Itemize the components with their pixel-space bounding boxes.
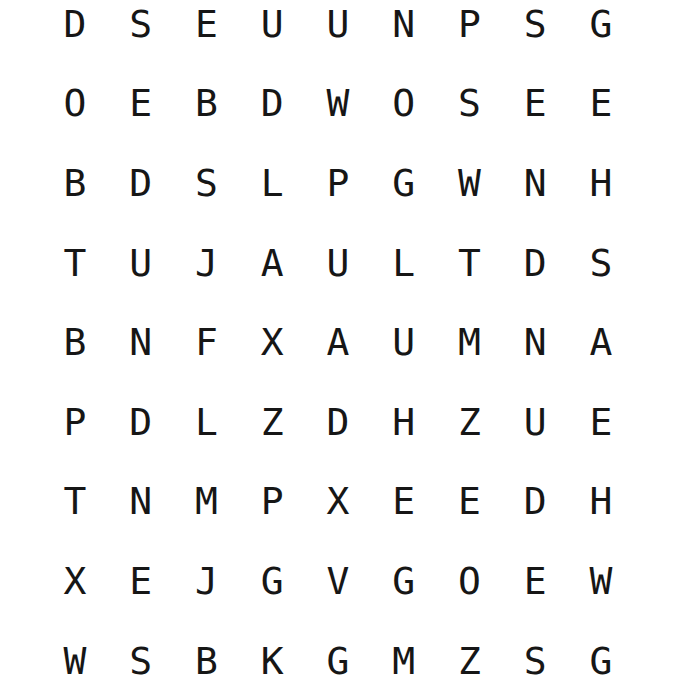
- grid-cell-r3c5[interactable]: P: [305, 143, 371, 223]
- grid-cell-r2c7[interactable]: S: [437, 64, 503, 144]
- grid-cell-r2c1[interactable]: O: [42, 64, 108, 144]
- grid-cell-r4c5[interactable]: U: [305, 223, 371, 303]
- grid-cell-r4c2[interactable]: U: [108, 223, 174, 303]
- grid-cell-r1c9[interactable]: G: [568, 0, 634, 64]
- grid-cell-r7c8[interactable]: D: [502, 462, 568, 542]
- grid-cell-r3c3[interactable]: S: [174, 143, 240, 223]
- grid-cell-r7c2[interactable]: N: [108, 462, 174, 542]
- grid-cell-r2c4[interactable]: D: [239, 64, 305, 144]
- grid-cell-r6c4[interactable]: Z: [239, 382, 305, 462]
- grid-cell-r9c4[interactable]: K: [239, 621, 305, 694]
- word-search-grid: DSEUUNPSGOEBDWOSEEBDSLPGWNHTUJAULTDSBNFX…: [42, 0, 634, 694]
- grid-cell-r5c2[interactable]: N: [108, 302, 174, 382]
- grid-cell-r1c6[interactable]: N: [371, 0, 437, 64]
- grid-cell-r6c2[interactable]: D: [108, 382, 174, 462]
- grid-cell-r8c2[interactable]: E: [108, 541, 174, 621]
- grid-cell-r7c1[interactable]: T: [42, 462, 108, 542]
- grid-cell-r7c5[interactable]: X: [305, 462, 371, 542]
- grid-cell-r5c1[interactable]: B: [42, 302, 108, 382]
- grid-cell-r2c5[interactable]: W: [305, 64, 371, 144]
- grid-cell-r9c7[interactable]: Z: [437, 621, 503, 694]
- word-search-page: { "game": "word-search", "position": "DS…: [0, 0, 700, 694]
- grid-cell-r1c1[interactable]: D: [42, 0, 108, 64]
- grid-cell-r7c7[interactable]: E: [437, 462, 503, 542]
- grid-cell-r7c6[interactable]: E: [371, 462, 437, 542]
- grid-cell-r8c4[interactable]: G: [239, 541, 305, 621]
- grid-cell-r4c7[interactable]: T: [437, 223, 503, 303]
- grid-cell-r7c3[interactable]: M: [174, 462, 240, 542]
- grid-cell-r7c4[interactable]: P: [239, 462, 305, 542]
- grid-cell-r2c6[interactable]: O: [371, 64, 437, 144]
- grid-cell-r5c7[interactable]: M: [437, 302, 503, 382]
- grid-cell-r1c4[interactable]: U: [239, 0, 305, 64]
- grid-cell-r1c8[interactable]: S: [502, 0, 568, 64]
- grid-cell-r2c9[interactable]: E: [568, 64, 634, 144]
- grid-cell-r5c5[interactable]: A: [305, 302, 371, 382]
- grid-cell-r4c9[interactable]: S: [568, 223, 634, 303]
- grid-cell-r1c5[interactable]: U: [305, 0, 371, 64]
- grid-cell-r5c6[interactable]: U: [371, 302, 437, 382]
- grid-cell-r1c2[interactable]: S: [108, 0, 174, 64]
- grid-cell-r2c2[interactable]: E: [108, 64, 174, 144]
- grid-cell-r6c5[interactable]: D: [305, 382, 371, 462]
- grid-cell-r3c2[interactable]: D: [108, 143, 174, 223]
- grid-cell-r2c3[interactable]: B: [174, 64, 240, 144]
- grid-cell-r6c9[interactable]: E: [568, 382, 634, 462]
- grid-cell-r3c4[interactable]: L: [239, 143, 305, 223]
- grid-cell-r3c7[interactable]: W: [437, 143, 503, 223]
- grid-cell-r3c9[interactable]: H: [568, 143, 634, 223]
- grid-cell-r5c4[interactable]: X: [239, 302, 305, 382]
- grid-cell-r8c1[interactable]: X: [42, 541, 108, 621]
- grid-cell-r9c5[interactable]: G: [305, 621, 371, 694]
- grid-cell-r4c6[interactable]: L: [371, 223, 437, 303]
- grid-cell-r9c3[interactable]: B: [174, 621, 240, 694]
- grid-cell-r1c3[interactable]: E: [174, 0, 240, 64]
- grid-cell-r3c6[interactable]: G: [371, 143, 437, 223]
- grid-cell-r4c8[interactable]: D: [502, 223, 568, 303]
- grid-cell-r9c2[interactable]: S: [108, 621, 174, 694]
- grid-cell-r3c8[interactable]: N: [502, 143, 568, 223]
- grid-cell-r7c9[interactable]: H: [568, 462, 634, 542]
- grid-cell-r8c7[interactable]: O: [437, 541, 503, 621]
- grid-cell-r5c9[interactable]: A: [568, 302, 634, 382]
- grid-cell-r9c1[interactable]: W: [42, 621, 108, 694]
- grid-cell-r5c8[interactable]: N: [502, 302, 568, 382]
- grid-cell-r8c5[interactable]: V: [305, 541, 371, 621]
- grid-cell-r6c3[interactable]: L: [174, 382, 240, 462]
- grid-cell-r2c8[interactable]: E: [502, 64, 568, 144]
- grid-cell-r4c1[interactable]: T: [42, 223, 108, 303]
- grid-cell-r8c9[interactable]: W: [568, 541, 634, 621]
- grid-cell-r4c4[interactable]: A: [239, 223, 305, 303]
- grid-cell-r8c8[interactable]: E: [502, 541, 568, 621]
- grid-cell-r9c6[interactable]: M: [371, 621, 437, 694]
- grid-cell-r8c3[interactable]: J: [174, 541, 240, 621]
- grid-cell-r8c6[interactable]: G: [371, 541, 437, 621]
- grid-cell-r4c3[interactable]: J: [174, 223, 240, 303]
- grid-cell-r9c8[interactable]: S: [502, 621, 568, 694]
- grid-cell-r1c7[interactable]: P: [437, 0, 503, 64]
- grid-cell-r6c1[interactable]: P: [42, 382, 108, 462]
- grid-cell-r9c9[interactable]: G: [568, 621, 634, 694]
- grid-cell-r6c6[interactable]: H: [371, 382, 437, 462]
- grid-cell-r6c8[interactable]: U: [502, 382, 568, 462]
- grid-cell-r6c7[interactable]: Z: [437, 382, 503, 462]
- grid-cell-r5c3[interactable]: F: [174, 302, 240, 382]
- grid-cell-r3c1[interactable]: B: [42, 143, 108, 223]
